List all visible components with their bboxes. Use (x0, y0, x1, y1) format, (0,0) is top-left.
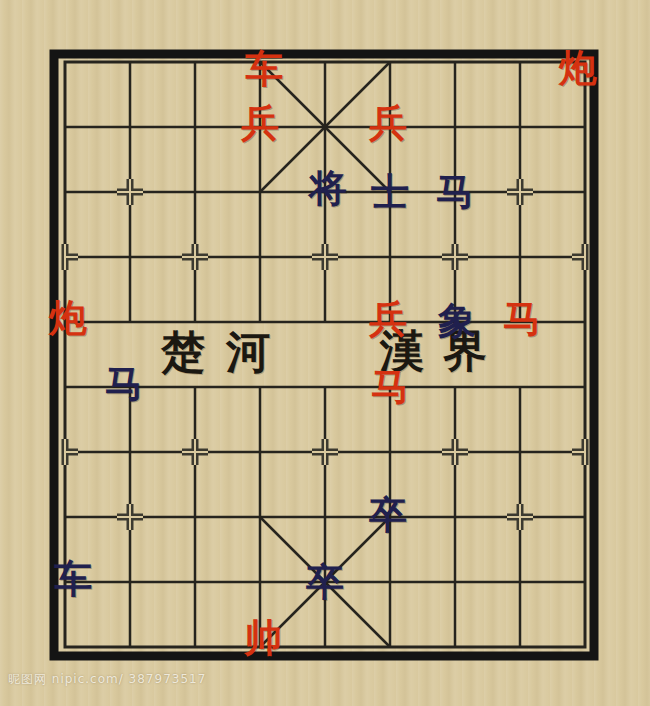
river-label-chu-he: 楚河 (161, 329, 291, 377)
piece-black-general[interactable]: 将 (304, 164, 352, 212)
piece-red-general[interactable]: 帅 (239, 614, 287, 662)
piece-black-horse[interactable]: 马 (100, 360, 148, 408)
watermark: 昵图网 nipic.com/ 387973517 (8, 671, 206, 688)
piece-black-horse[interactable]: 马 (431, 168, 479, 216)
piece-black-advisor[interactable]: 士 (366, 168, 414, 216)
piece-red-chariot[interactable]: 车 (240, 45, 288, 93)
piece-red-soldier[interactable]: 兵 (364, 99, 412, 147)
piece-black-soldier[interactable]: 卒 (364, 491, 412, 539)
screenshot-root: 楚河 漢界 车炮兵兵将士马炮兵象马马马卒车卒帅 昵图网 nipic.com/ 3… (0, 0, 650, 706)
piece-black-elephant[interactable]: 象 (433, 297, 481, 345)
piece-red-soldier[interactable]: 兵 (364, 295, 412, 343)
piece-red-cannon[interactable]: 炮 (554, 44, 602, 92)
piece-red-soldier[interactable]: 兵 (236, 99, 284, 147)
piece-red-horse[interactable]: 马 (366, 363, 414, 411)
piece-red-horse[interactable]: 马 (498, 295, 546, 343)
piece-black-chariot[interactable]: 车 (49, 555, 97, 603)
piece-red-cannon[interactable]: 炮 (44, 294, 92, 342)
piece-black-soldier[interactable]: 卒 (301, 558, 349, 606)
